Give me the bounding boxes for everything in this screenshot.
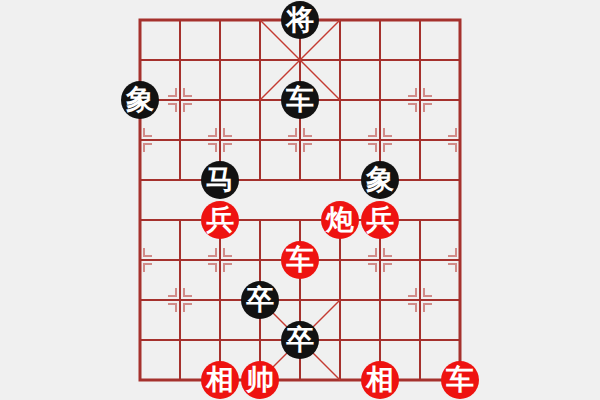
- piece-black-general[interactable]: 将: [281, 1, 319, 39]
- piece-red-elephant[interactable]: 相: [361, 361, 399, 399]
- pieces-layer: 将象车马象兵炮兵车卒卒相帅相车: [0, 0, 600, 400]
- piece-black-elephant[interactable]: 象: [121, 81, 159, 119]
- piece-red-chariot[interactable]: 车: [281, 241, 319, 279]
- piece-black-soldier[interactable]: 卒: [241, 281, 279, 319]
- piece-red-chariot[interactable]: 车: [441, 361, 479, 399]
- piece-red-general[interactable]: 帅: [241, 361, 279, 399]
- piece-red-elephant[interactable]: 相: [201, 361, 239, 399]
- piece-red-cannon[interactable]: 炮: [321, 201, 359, 239]
- piece-black-horse[interactable]: 马: [201, 161, 239, 199]
- piece-black-chariot[interactable]: 车: [281, 81, 319, 119]
- piece-black-soldier[interactable]: 卒: [281, 321, 319, 359]
- piece-black-elephant[interactable]: 象: [361, 161, 399, 199]
- xiangqi-app: 将象车马象兵炮兵车卒卒相帅相车: [0, 0, 600, 400]
- piece-red-soldier[interactable]: 兵: [201, 201, 239, 239]
- piece-red-soldier[interactable]: 兵: [361, 201, 399, 239]
